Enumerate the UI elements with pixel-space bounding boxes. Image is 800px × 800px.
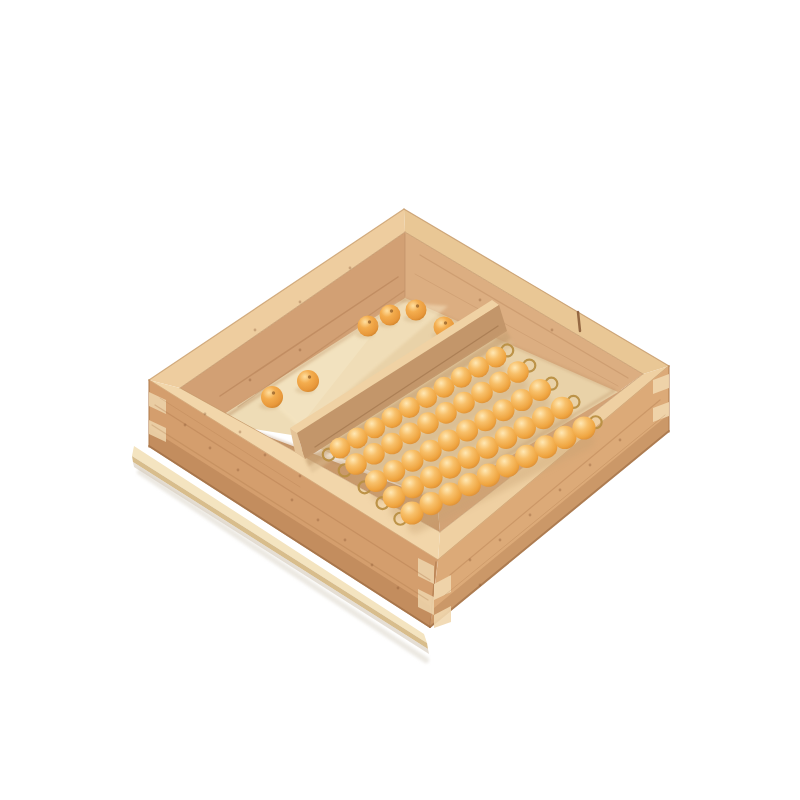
wood-pores-3 [237, 469, 240, 472]
wood-pores-18 [619, 439, 622, 442]
unit-bead-3-hole [416, 304, 419, 307]
wood-pores-8 [371, 564, 374, 567]
wood-pores-2 [209, 447, 212, 450]
wood-pores-23 [249, 379, 252, 382]
wood-pores-14 [499, 539, 502, 542]
unit-bead-5-hole [272, 391, 275, 394]
unit-bead-6-hole [308, 375, 311, 378]
wood-pores-7 [344, 539, 347, 542]
unit-bead-2 [380, 305, 401, 326]
wood-pores-4 [264, 454, 267, 457]
wood-pores-26 [551, 329, 554, 332]
wood-pores-1 [184, 424, 187, 427]
wood-pores-17 [589, 464, 592, 467]
unit-bead-4-hole [444, 321, 447, 324]
wood-pores-11 [299, 475, 302, 478]
wood-pores-22 [349, 267, 352, 270]
ten-bar-2-bead-10 [507, 361, 529, 383]
ten-bar-5-bead-10 [572, 416, 595, 439]
wood-pores-19 [479, 584, 482, 587]
unit-bead-1 [358, 316, 379, 337]
wood-pores-25 [479, 299, 482, 302]
wood-pores-24 [299, 349, 302, 352]
wood-pores-20 [254, 329, 257, 332]
wood-pores-13 [469, 559, 472, 562]
unit-bead-2-hole [390, 309, 393, 312]
wood-pores-5 [291, 499, 294, 502]
bead-box-scene [0, 0, 800, 800]
product-photo [0, 0, 800, 800]
wood-pores-6 [317, 519, 320, 522]
unit-bead-6 [297, 370, 319, 392]
wood-pores-15 [529, 514, 532, 517]
unit-bead-5 [261, 386, 283, 408]
unit-bead-3 [406, 300, 427, 321]
wood-pores-16 [559, 489, 562, 492]
ten-bar-3-bead-10 [529, 379, 551, 401]
wood-pores-10 [239, 431, 242, 434]
wood-pores-12 [204, 413, 207, 416]
ten-bar-4-bead-10 [551, 397, 574, 420]
unit-bead-1-hole [368, 320, 371, 323]
wood-pores-21 [299, 301, 302, 304]
ten-bar-1-bead-10 [486, 347, 507, 368]
wood-pores-9 [397, 587, 400, 590]
